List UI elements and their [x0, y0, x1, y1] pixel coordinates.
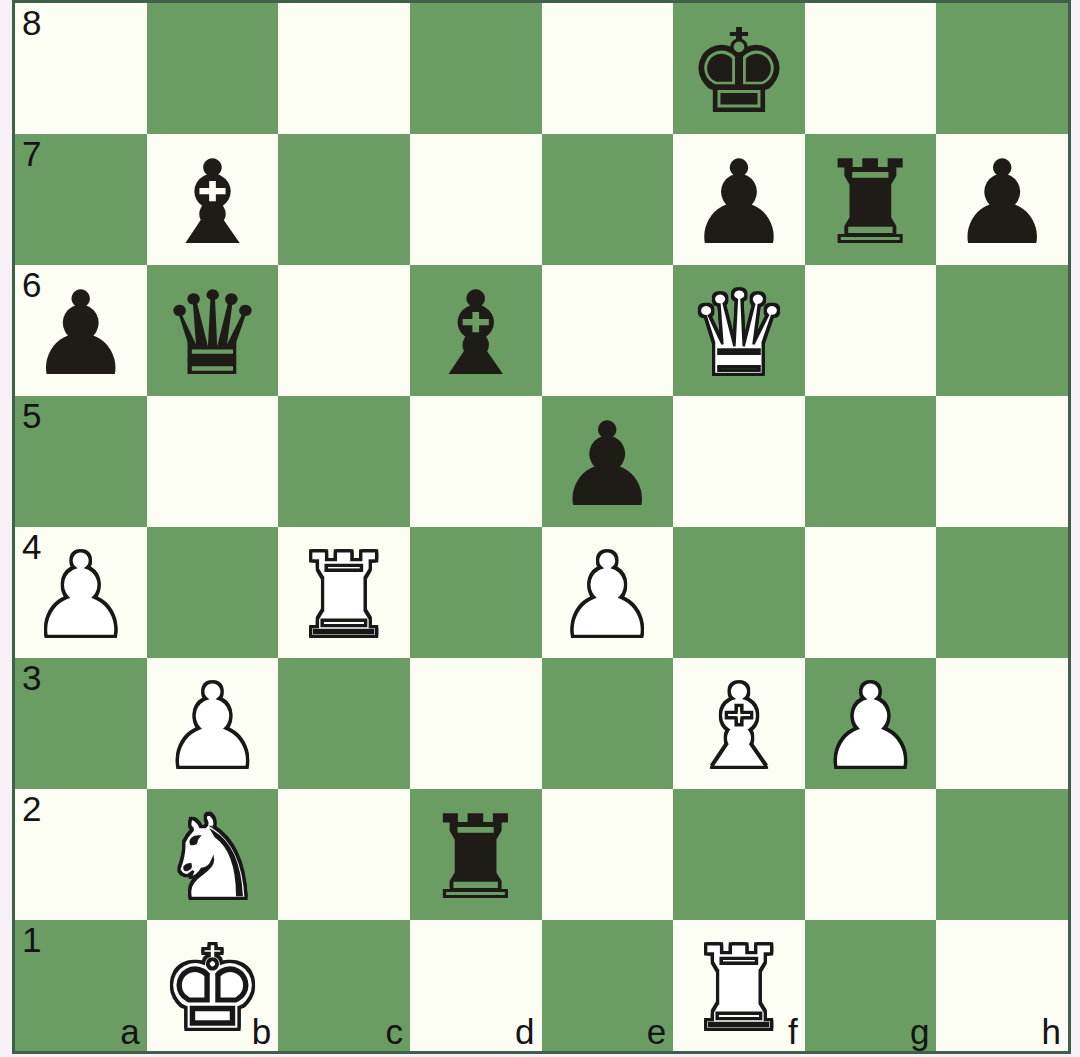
square-h3[interactable]	[936, 658, 1068, 789]
square-c5[interactable]	[278, 396, 410, 527]
black-rook-icon[interactable]: ♜	[819, 145, 923, 261]
square-f8[interactable]: ♚	[673, 3, 805, 134]
file-label-g: g	[910, 1014, 929, 1051]
square-b5[interactable]	[147, 396, 279, 527]
square-f3[interactable]: ♝	[673, 658, 805, 789]
square-b6[interactable]: ♛	[147, 265, 279, 396]
file-label-h: h	[1042, 1014, 1061, 1051]
square-d5[interactable]	[410, 396, 542, 527]
rank-label-5: 5	[22, 397, 41, 436]
square-d2[interactable]: ♜	[410, 789, 542, 920]
square-f7[interactable]: ♟	[673, 134, 805, 265]
square-d3[interactable]	[410, 658, 542, 789]
square-c8[interactable]	[278, 3, 410, 134]
square-e2[interactable]	[542, 789, 674, 920]
black-bishop-icon[interactable]: ♝	[424, 276, 528, 392]
square-e1[interactable]: e	[542, 920, 674, 1051]
square-e7[interactable]	[542, 134, 674, 265]
black-pawn-icon[interactable]: ♟	[29, 276, 133, 392]
square-d6[interactable]: ♝	[410, 265, 542, 396]
square-c3[interactable]	[278, 658, 410, 789]
square-a6[interactable]: 6♟	[15, 265, 147, 396]
square-g3[interactable]: ♟	[805, 658, 937, 789]
square-c6[interactable]	[278, 265, 410, 396]
square-g5[interactable]	[805, 396, 937, 527]
chess-board: 8♚7♝♟♜♟6♟♛♝♛5♟4♟♜♟3♟♝♟2♞♜1ab♚cdef♜gh	[12, 0, 1071, 1054]
rank-label-8: 8	[22, 4, 41, 43]
rank-label-2: 2	[22, 790, 41, 829]
square-e5[interactable]: ♟	[542, 396, 674, 527]
white-knight-icon[interactable]: ♞	[160, 800, 264, 916]
square-e6[interactable]	[542, 265, 674, 396]
square-d1[interactable]: d	[410, 920, 542, 1051]
black-king-icon[interactable]: ♚	[687, 14, 791, 130]
square-b4[interactable]	[147, 527, 279, 658]
square-c4[interactable]: ♜	[278, 527, 410, 658]
square-c2[interactable]	[278, 789, 410, 920]
white-pawn-icon[interactable]: ♟	[555, 538, 659, 654]
square-h7[interactable]: ♟	[936, 134, 1068, 265]
square-h8[interactable]	[936, 3, 1068, 134]
white-queen-icon[interactable]: ♛	[687, 276, 791, 392]
square-d4[interactable]	[410, 527, 542, 658]
square-b7[interactable]: ♝	[147, 134, 279, 265]
square-c1[interactable]: c	[278, 920, 410, 1051]
square-h4[interactable]	[936, 527, 1068, 658]
square-a3[interactable]: 3	[15, 658, 147, 789]
square-h5[interactable]	[936, 396, 1068, 527]
square-d7[interactable]	[410, 134, 542, 265]
square-a7[interactable]: 7	[15, 134, 147, 265]
white-pawn-icon[interactable]: ♟	[160, 669, 264, 785]
square-g1[interactable]: g	[805, 920, 937, 1051]
rank-label-3: 3	[22, 659, 41, 698]
white-pawn-icon[interactable]: ♟	[29, 538, 133, 654]
white-king-icon[interactable]: ♚	[160, 931, 264, 1047]
file-label-d: d	[515, 1014, 534, 1051]
square-g2[interactable]	[805, 789, 937, 920]
rank-label-7: 7	[22, 135, 41, 174]
square-a5[interactable]: 5	[15, 396, 147, 527]
white-rook-icon[interactable]: ♜	[292, 538, 396, 654]
square-h1[interactable]: h	[936, 920, 1068, 1051]
square-a4[interactable]: 4♟	[15, 527, 147, 658]
square-f6[interactable]: ♛	[673, 265, 805, 396]
black-pawn-icon[interactable]: ♟	[950, 145, 1054, 261]
square-e3[interactable]	[542, 658, 674, 789]
square-f4[interactable]	[673, 527, 805, 658]
square-b2[interactable]: ♞	[147, 789, 279, 920]
white-rook-icon[interactable]: ♜	[687, 931, 791, 1047]
square-e8[interactable]	[542, 3, 674, 134]
square-f2[interactable]	[673, 789, 805, 920]
file-label-a: a	[120, 1014, 139, 1051]
square-a2[interactable]: 2	[15, 789, 147, 920]
black-pawn-icon[interactable]: ♟	[555, 407, 659, 523]
square-b8[interactable]	[147, 3, 279, 134]
square-h2[interactable]	[936, 789, 1068, 920]
square-f5[interactable]	[673, 396, 805, 527]
square-a8[interactable]: 8	[15, 3, 147, 134]
rank-label-1: 1	[22, 921, 41, 960]
black-rook-icon[interactable]: ♜	[424, 800, 528, 916]
square-g6[interactable]	[805, 265, 937, 396]
square-c7[interactable]	[278, 134, 410, 265]
square-e4[interactable]: ♟	[542, 527, 674, 658]
white-pawn-icon[interactable]: ♟	[819, 669, 923, 785]
square-g4[interactable]	[805, 527, 937, 658]
square-b1[interactable]: b♚	[147, 920, 279, 1051]
square-g7[interactable]: ♜	[805, 134, 937, 265]
square-b3[interactable]: ♟	[147, 658, 279, 789]
square-g8[interactable]	[805, 3, 937, 134]
square-f1[interactable]: f♜	[673, 920, 805, 1051]
file-label-e: e	[647, 1014, 666, 1051]
black-pawn-icon[interactable]: ♟	[687, 145, 791, 261]
white-bishop-icon[interactable]: ♝	[687, 669, 791, 785]
square-a1[interactable]: 1a	[15, 920, 147, 1051]
file-label-c: c	[385, 1014, 403, 1051]
black-bishop-icon[interactable]: ♝	[160, 145, 264, 261]
square-d8[interactable]	[410, 3, 542, 134]
square-h6[interactable]	[936, 265, 1068, 396]
black-queen-icon[interactable]: ♛	[160, 276, 264, 392]
